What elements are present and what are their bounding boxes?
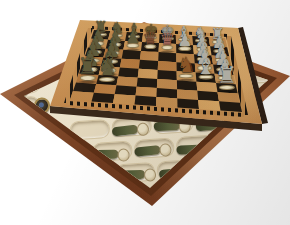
chess-piece-q[interactable]: ♛	[160, 31, 175, 50]
chess-piece-n[interactable]: ♞	[177, 55, 196, 79]
chess-piece-b[interactable]: ♝	[196, 56, 215, 80]
stored-piece[interactable]	[134, 142, 171, 159]
piece-base	[144, 44, 157, 49]
chess-piece-n[interactable]: ♞	[97, 57, 117, 82]
silver-r-glyph: ♜	[217, 65, 237, 86]
silver-b-glyph: ♝	[196, 56, 215, 76]
piece-base	[127, 43, 140, 48]
chess-piece-r[interactable]: ♜	[77, 56, 97, 81]
chess-set-photo: ♜♞♝♚♟♟♟♛♟♟♟♟♟♝♜♞♚♝♞♜♛♟♟♟♟♟♟♟♝♟♞♜	[0, 0, 290, 225]
bronze-n-glyph: ♞	[97, 57, 117, 78]
chess-piece-q[interactable]: ♛	[143, 30, 158, 49]
piece-base	[179, 46, 192, 51]
bronze-r-glyph: ♜	[77, 56, 97, 77]
chess-piece-p[interactable]: ♟	[125, 29, 140, 48]
piece-base	[161, 45, 174, 50]
stored-piece[interactable]	[111, 121, 148, 138]
silver-n-glyph: ♞	[177, 55, 196, 75]
chess-piece-r[interactable]: ♜	[217, 65, 237, 90]
chess-piece-p[interactable]: ♟	[177, 32, 192, 51]
